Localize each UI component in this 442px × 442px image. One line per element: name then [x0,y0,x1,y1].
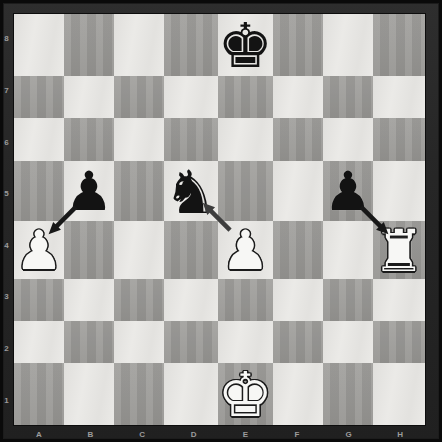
rank-label-4: 4 [0,220,13,272]
square-g1[interactable] [323,363,373,425]
square-e5[interactable] [218,161,274,221]
square-a8[interactable] [14,14,64,76]
chess-board: ♚♟♞♟♟♟♜♚ [13,13,426,426]
square-b4[interactable] [64,221,114,279]
square-a4[interactable]: ♟ [14,221,64,279]
square-b6[interactable] [64,118,114,160]
square-a2[interactable] [14,321,64,363]
square-c5[interactable] [114,161,164,221]
rank-labels: 87654321 [0,13,13,426]
rank-label-1: 1 [0,374,13,426]
square-d8[interactable] [164,14,218,76]
square-g7[interactable] [323,76,373,118]
square-b1[interactable] [64,363,114,425]
square-h1[interactable] [373,363,425,425]
square-f8[interactable] [273,14,323,76]
square-c3[interactable] [114,279,164,321]
square-h2[interactable] [373,321,425,363]
rank-label-5: 5 [0,168,13,220]
board-frame: 87654321 ♚♟♞♟♟♟♜♚ ABCDEFGH [0,0,442,442]
rank-label-6: 6 [0,116,13,168]
square-h5[interactable] [373,161,425,221]
piece-white-pawn-a4[interactable]: ♟ [15,224,63,278]
rank-label-7: 7 [0,65,13,117]
square-f3[interactable] [273,279,323,321]
square-f7[interactable] [273,76,323,118]
piece-black-pawn-g5[interactable]: ♟ [324,165,372,219]
square-a3[interactable] [14,279,64,321]
square-f2[interactable] [273,321,323,363]
square-e7[interactable] [218,76,274,118]
rank-label-8: 8 [0,13,13,65]
square-f4[interactable] [273,221,323,279]
square-c6[interactable] [114,118,164,160]
file-label-C: C [116,426,168,442]
file-label-F: F [271,426,323,442]
square-d6[interactable] [164,118,218,160]
square-b5[interactable]: ♟ [64,161,114,221]
square-c1[interactable] [114,363,164,425]
square-g8[interactable] [323,14,373,76]
rank-label-2: 2 [0,323,13,375]
square-g3[interactable] [323,279,373,321]
square-h4[interactable]: ♜ [373,221,425,279]
square-d1[interactable] [164,363,218,425]
square-g2[interactable] [323,321,373,363]
square-d4[interactable] [164,221,218,279]
square-a5[interactable] [14,161,64,221]
square-e4[interactable]: ♟ [218,221,274,279]
square-d7[interactable] [164,76,218,118]
square-h8[interactable] [373,14,425,76]
square-e6[interactable] [218,118,274,160]
square-h6[interactable] [373,118,425,160]
square-e3[interactable] [218,279,274,321]
square-c8[interactable] [114,14,164,76]
file-label-B: B [65,426,117,442]
piece-black-knight-d5[interactable]: ♞ [164,162,218,222]
square-e2[interactable] [218,321,274,363]
square-f6[interactable] [273,118,323,160]
square-b3[interactable] [64,279,114,321]
file-labels: ABCDEFGH [13,426,426,442]
square-d2[interactable] [164,321,218,363]
square-f1[interactable] [273,363,323,425]
square-e8[interactable]: ♚ [218,14,274,76]
file-label-A: A [13,426,65,442]
square-c7[interactable] [114,76,164,118]
square-f5[interactable] [273,161,323,221]
file-label-H: H [374,426,426,442]
square-d3[interactable] [164,279,218,321]
square-g5[interactable]: ♟ [323,161,373,221]
square-b2[interactable] [64,321,114,363]
file-label-D: D [168,426,220,442]
square-g6[interactable] [323,118,373,160]
piece-white-king-e1[interactable]: ♚ [218,364,274,426]
rank-label-3: 3 [0,271,13,323]
piece-black-king-e8[interactable]: ♚ [218,15,274,77]
square-b8[interactable] [64,14,114,76]
square-g4[interactable] [323,221,373,279]
piece-black-pawn-b5[interactable]: ♟ [65,165,113,219]
square-c4[interactable] [114,221,164,279]
square-d5[interactable]: ♞ [164,161,218,221]
square-a7[interactable] [14,76,64,118]
square-a1[interactable] [14,363,64,425]
square-e1[interactable]: ♚ [218,363,274,425]
square-a6[interactable] [14,118,64,160]
square-b7[interactable] [64,76,114,118]
square-c2[interactable] [114,321,164,363]
file-label-E: E [220,426,272,442]
piece-white-pawn-e4[interactable]: ♟ [221,224,269,278]
piece-white-rook-h4[interactable]: ♜ [373,222,425,280]
square-h7[interactable] [373,76,425,118]
square-h3[interactable] [373,279,425,321]
file-label-G: G [323,426,375,442]
